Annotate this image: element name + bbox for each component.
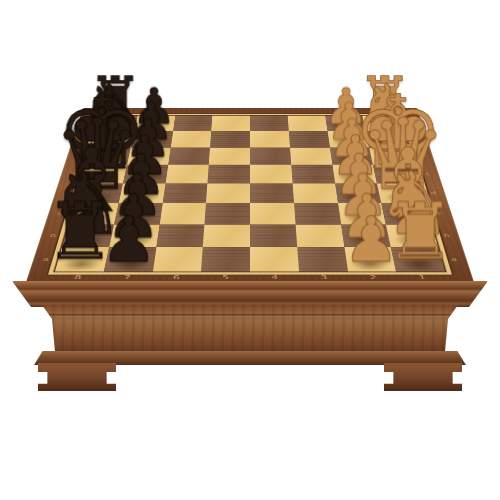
bracket-foot-left [38, 363, 116, 391]
square-c6 [159, 203, 206, 224]
square-a6 [152, 247, 203, 271]
square-a5 [201, 247, 250, 271]
board-frame: ♜♟♟♜♞♟♟♞♝♟♟♝♚♟♟♚♛♟♟♛♝♟♟♝♞♟♟♞♜♟♟♜ [25, 108, 475, 285]
chess-board: ♜♟♟♜♞♟♟♞♝♟♟♝♚♟♟♚♛♟♟♛♝♟♟♝♞♟♟♞♜♟♟♜ [55, 116, 445, 272]
base-molding [34, 351, 466, 365]
square-c3 [294, 203, 341, 224]
square-a1: ♜ [391, 247, 445, 271]
square-h6 [173, 116, 213, 131]
board-edge-molding [12, 281, 488, 307]
square-d5 [206, 183, 250, 203]
square-f4 [250, 147, 291, 164]
square-e3 [291, 165, 335, 184]
square-b4 [250, 224, 297, 247]
black-rook: ♜ [45, 195, 115, 269]
square-h4 [250, 116, 289, 131]
board-3d: ♜♟♟♜♞♟♟♞♝♟♟♝♚♟♟♚♛♟♟♛♝♟♟♝♞♟♟♞♜♟♟♜ 8765432… [25, 108, 475, 285]
square-c4 [250, 203, 295, 224]
square-g6 [170, 131, 211, 147]
square-g5 [210, 131, 250, 147]
bracket-foot-right [384, 363, 462, 391]
square-h5 [211, 116, 250, 131]
square-f3 [290, 147, 332, 164]
square-h3 [287, 116, 327, 131]
square-e5 [208, 165, 250, 184]
square-b6 [156, 224, 205, 247]
square-g3 [289, 131, 330, 147]
white-rook: ♜ [385, 195, 455, 269]
square-b5 [203, 224, 250, 247]
square-e4 [250, 165, 292, 184]
box-body [42, 305, 458, 355]
square-f5 [209, 147, 250, 164]
square-d6 [162, 183, 207, 203]
square-g4 [250, 131, 290, 147]
square-e6 [165, 165, 209, 184]
square-b3 [295, 224, 344, 247]
square-d4 [250, 183, 294, 203]
box-groove [42, 314, 458, 317]
chess-set-photo: ♜♟♟♜♞♟♟♞♝♟♟♝♚♟♟♚♛♟♟♛♝♟♟♝♞♟♟♞♜♟♟♜ 8765432… [0, 0, 500, 500]
square-d3 [292, 183, 337, 203]
square-c5 [205, 203, 250, 224]
square-f6 [168, 147, 210, 164]
square-a8: ♜ [55, 247, 109, 271]
square-a3 [297, 247, 348, 271]
square-a4 [250, 247, 299, 271]
